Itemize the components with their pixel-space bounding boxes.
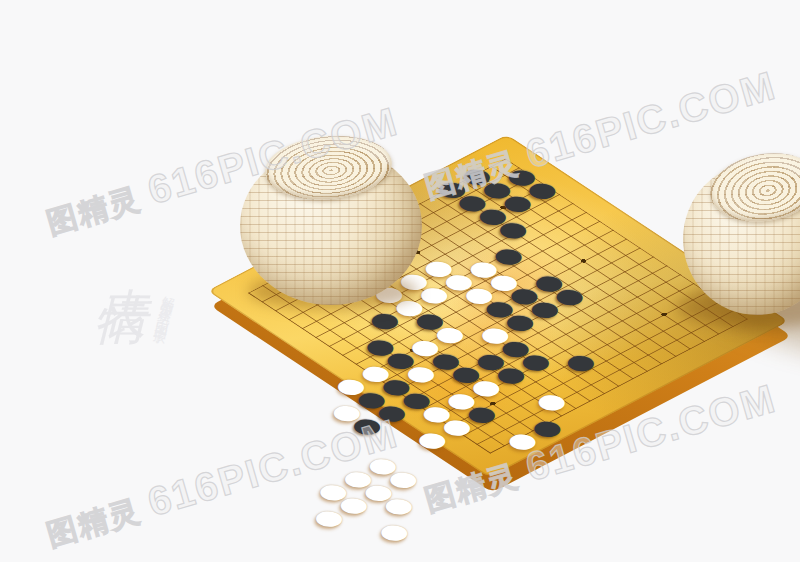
white-stone: ● bbox=[466, 375, 511, 401]
white-stone: ● bbox=[309, 505, 354, 531]
white-stone: ● bbox=[405, 334, 450, 360]
white-stone: ● bbox=[334, 492, 379, 518]
black-stone: ● bbox=[473, 203, 518, 229]
black-stone: ● bbox=[504, 283, 549, 309]
black-stone: ● bbox=[426, 348, 471, 374]
black-stone: ● bbox=[446, 361, 491, 387]
white-stone: ● bbox=[475, 322, 520, 348]
white-stone: ● bbox=[379, 492, 424, 518]
watermark-cn-text: 图精灵 bbox=[43, 178, 154, 239]
white-stone: ● bbox=[419, 255, 464, 281]
black-stone: ● bbox=[495, 335, 540, 361]
calligraphy-title: 表情 bbox=[92, 246, 149, 258]
black-stone: ● bbox=[516, 349, 561, 375]
white-stone: ● bbox=[374, 519, 419, 545]
black-stone: ● bbox=[479, 295, 524, 321]
black-stone: ● bbox=[396, 387, 441, 413]
black-stone: ● bbox=[360, 334, 405, 360]
black-stone: ● bbox=[493, 216, 538, 242]
black-stone: ● bbox=[500, 309, 545, 335]
stock-photo-canvas: 表情 解构中天建筑 中国的孩子 ●●●●●●●●●●●●●●●●●●●●●●●●… bbox=[0, 0, 800, 562]
white-stone: ● bbox=[439, 269, 484, 295]
white-stone: ● bbox=[484, 269, 529, 295]
calligraphy-subtext: 解构中天建筑 中国的孩子 bbox=[154, 284, 181, 326]
black-stone: ● bbox=[522, 177, 567, 203]
white-stone: ● bbox=[441, 387, 486, 413]
black-stone: ● bbox=[491, 362, 536, 388]
black-stone: ● bbox=[561, 349, 606, 375]
black-stone: ● bbox=[471, 348, 516, 374]
black-stone: ● bbox=[410, 308, 455, 334]
white-stone: ● bbox=[358, 479, 403, 505]
white-stone: ● bbox=[437, 414, 482, 440]
watermark-cn-text: 图精灵 bbox=[43, 490, 154, 551]
black-stone: ● bbox=[549, 283, 594, 309]
white-stone: ● bbox=[417, 400, 462, 426]
calligraphy-subline-2: 解构中天建筑 bbox=[159, 284, 181, 306]
black-stone: ● bbox=[497, 190, 542, 216]
calligraphy-subline-1: 中国的孩子 bbox=[154, 308, 175, 327]
black-stone: ● bbox=[525, 296, 570, 322]
black-stone: ● bbox=[462, 401, 507, 427]
black-stone: ● bbox=[380, 347, 425, 373]
white-stone: ● bbox=[464, 256, 509, 282]
white-stone: ● bbox=[356, 360, 401, 386]
black-stone: ● bbox=[529, 270, 574, 296]
white-stone: ● bbox=[313, 478, 358, 504]
right-stone-bowl bbox=[683, 163, 800, 315]
white-stone: ● bbox=[459, 282, 504, 308]
white-stone: ● bbox=[430, 321, 475, 347]
black-stone: ● bbox=[376, 373, 421, 399]
white-stone: ● bbox=[401, 361, 446, 387]
white-stone: ● bbox=[532, 389, 577, 415]
black-stone: ● bbox=[488, 243, 533, 269]
black-stone: ● bbox=[365, 307, 410, 333]
